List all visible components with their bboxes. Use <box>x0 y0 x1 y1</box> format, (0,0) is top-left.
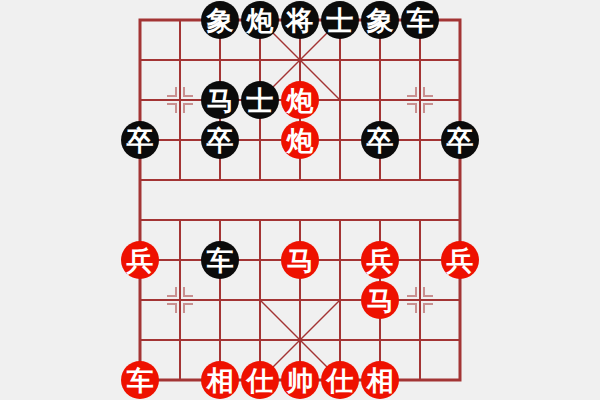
piece-red-elephant[interactable]: 相 <box>361 361 399 399</box>
piece-black-chariot[interactable]: 车 <box>201 241 239 279</box>
piece-black-soldier[interactable]: 卒 <box>121 121 159 159</box>
piece-black-soldier[interactable]: 卒 <box>361 121 399 159</box>
piece-red-advisor[interactable]: 仕 <box>241 361 279 399</box>
piece-red-soldier[interactable]: 兵 <box>121 241 159 279</box>
xiangqi-diagram: 象炮将士象车马士炮卒卒炮卒卒兵车马兵兵马车相仕帅仕相 <box>0 0 600 400</box>
piece-black-chariot[interactable]: 车 <box>401 1 439 39</box>
piece-black-horse[interactable]: 马 <box>201 81 239 119</box>
piece-black-elephant[interactable]: 象 <box>201 1 239 39</box>
piece-red-soldier[interactable]: 兵 <box>361 241 399 279</box>
piece-red-chariot[interactable]: 车 <box>121 361 159 399</box>
piece-black-cannon[interactable]: 炮 <box>241 1 279 39</box>
piece-black-advisor[interactable]: 士 <box>321 1 359 39</box>
piece-black-general[interactable]: 将 <box>281 1 319 39</box>
piece-red-soldier[interactable]: 兵 <box>441 241 479 279</box>
piece-red-general[interactable]: 帅 <box>281 361 319 399</box>
piece-red-cannon[interactable]: 炮 <box>281 121 319 159</box>
piece-black-advisor[interactable]: 士 <box>241 81 279 119</box>
piece-black-soldier[interactable]: 卒 <box>201 121 239 159</box>
piece-red-advisor[interactable]: 仕 <box>321 361 359 399</box>
piece-red-horse[interactable]: 马 <box>281 241 319 279</box>
piece-black-elephant[interactable]: 象 <box>361 1 399 39</box>
piece-black-soldier[interactable]: 卒 <box>441 121 479 159</box>
piece-red-cannon[interactable]: 炮 <box>281 81 319 119</box>
piece-red-horse[interactable]: 马 <box>361 281 399 319</box>
piece-red-elephant[interactable]: 相 <box>201 361 239 399</box>
board-surface[interactable]: 象炮将士象车马士炮卒卒炮卒卒兵车马兵兵马车相仕帅仕相 <box>120 0 480 400</box>
